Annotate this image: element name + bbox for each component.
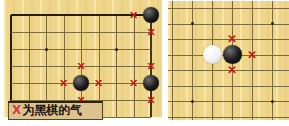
caption: X为黑棋的气 — [8, 101, 103, 120]
star-point — [271, 100, 274, 103]
liberty-x-icon: ✕ — [146, 95, 155, 106]
black-stone — [143, 7, 159, 23]
liberty-x-icon: ✕ — [129, 78, 138, 89]
liberty-x-icon: ✕ — [146, 27, 155, 38]
board-grid: ✕✕✕ — [162, 0, 282, 124]
black-stone — [223, 45, 242, 64]
liberty-x-icon: ✕ — [129, 10, 138, 21]
star-point — [191, 100, 194, 103]
star-point — [191, 22, 194, 25]
caption-text: 为黑棋的气 — [22, 103, 82, 117]
left-board: X为黑棋的气 ✕✕✕✕✕✕✕✕✕ — [4, 0, 162, 117]
star-point — [115, 48, 118, 51]
black-stone — [73, 75, 89, 91]
liberty-x-icon: ✕ — [146, 61, 155, 72]
liberty-x-icon: ✕ — [227, 64, 237, 76]
caption-x-symbol: X — [12, 103, 21, 117]
liberty-x-icon: ✕ — [94, 78, 103, 89]
right-board: ✕✕✕ — [168, 1, 289, 120]
black-stone — [143, 75, 159, 91]
star-point — [271, 22, 274, 25]
liberty-x-icon: ✕ — [59, 78, 68, 89]
go-liberties-figure: X为黑棋的气 ✕✕✕✕✕✕✕✕✕ ✕✕✕ — [0, 0, 289, 126]
white-stone — [203, 45, 222, 64]
liberty-x-icon: ✕ — [76, 61, 85, 72]
star-point — [45, 48, 48, 51]
liberty-x-icon: ✕ — [247, 49, 257, 61]
liberty-x-icon: ✕ — [227, 33, 237, 45]
